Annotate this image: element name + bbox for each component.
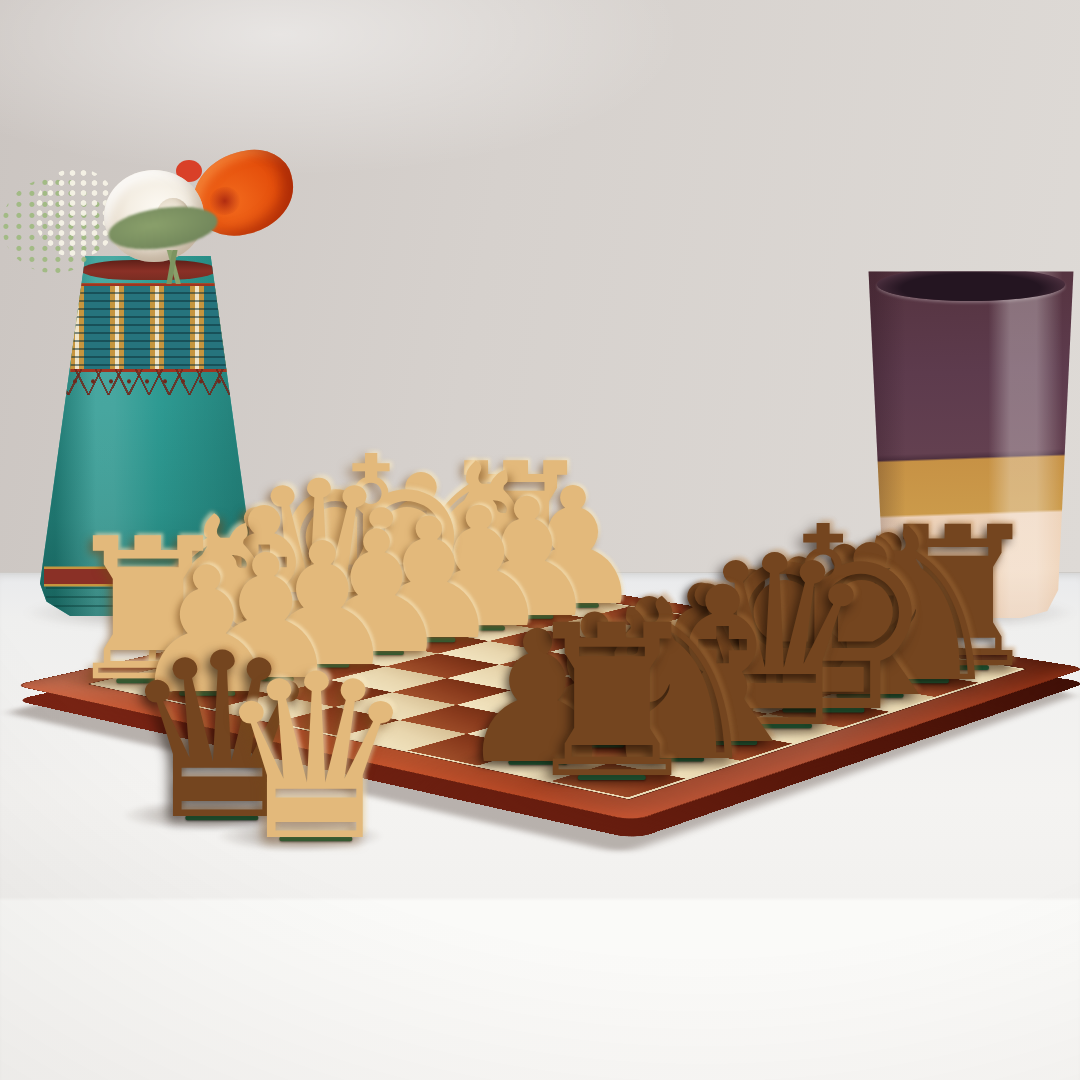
flower-bouquet: [0, 138, 310, 298]
flower-stems: [150, 250, 196, 284]
purple-vase: [862, 268, 1080, 618]
teal-vase-maroon-stripe: [44, 569, 251, 584]
photo-scene: ♜♞♝♛♚♝♞♜♟♟♟♟♟♟♟♟♟♟♟♟♟♟♟♟♜♞♝♛♚♝♞♜♛♛: [0, 0, 1080, 1080]
teal-vase-base-ridges: [46, 587, 249, 610]
purple-vase-opening: [877, 268, 1065, 301]
teal-vase-zigzag-trim: [57, 369, 241, 394]
